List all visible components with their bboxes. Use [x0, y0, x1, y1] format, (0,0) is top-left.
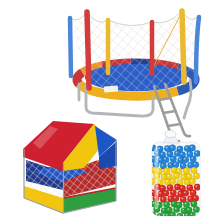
ball-highlight [188, 186, 190, 188]
ball-highlight [168, 186, 170, 188]
bag-tie [165, 130, 176, 138]
ball-highlight [187, 175, 189, 177]
ball-highlight [175, 174, 177, 176]
ball-highlight [158, 147, 160, 149]
ball-highlight [182, 209, 184, 211]
ball-highlight [161, 186, 163, 188]
ball-green [193, 206, 200, 213]
ball-highlight [191, 146, 193, 148]
ball-green [189, 212, 196, 219]
ball-highlight [158, 214, 160, 216]
ball-highlight [194, 163, 196, 165]
ball-highlight [191, 191, 193, 193]
ball-highlight [181, 164, 183, 166]
ball-highlight [184, 191, 186, 193]
ball-highlight [181, 186, 183, 188]
ball-yellow [189, 178, 196, 185]
ball-highlight [175, 208, 177, 210]
ball-highlight [164, 191, 166, 193]
ladder-rung-3 [168, 124, 181, 126]
ball-yellow [193, 173, 200, 180]
ball-highlight [171, 180, 173, 182]
product-photo-canvas [0, 0, 224, 224]
ball-red [182, 190, 189, 197]
ball-highlight [185, 203, 187, 205]
ball-highlight [191, 213, 193, 215]
ball-highlight [178, 181, 180, 183]
ball-highlight [195, 174, 197, 176]
ball-highlight [185, 169, 187, 171]
ball-highlight [178, 214, 180, 216]
trampoline [70, 11, 199, 141]
ball-highlight [162, 198, 164, 200]
ladder-rung-2 [163, 111, 175, 113]
ball-highlight [172, 168, 174, 170]
ball-highlight [179, 158, 181, 160]
ball-highlight [195, 208, 197, 210]
ball-highlight [179, 192, 181, 194]
ball-highlight [159, 192, 161, 194]
ball-highlight [151, 213, 153, 215]
ball-highlight [158, 181, 160, 183]
ball-highlight [166, 214, 168, 216]
ball-highlight [191, 157, 193, 159]
ball-highlight [181, 198, 183, 200]
ball-highlight [195, 185, 197, 187]
ball-highlight [195, 152, 197, 154]
pole-left-red [87, 12, 89, 88]
ball-blue [189, 145, 196, 152]
pole-right-yellow [182, 11, 184, 82]
ball-red [194, 184, 201, 191]
ball-highlight [177, 170, 179, 172]
ball-highlight [161, 153, 163, 155]
ball-highlight [165, 203, 167, 205]
ball-highlight [172, 157, 174, 159]
ball-highlight [171, 146, 173, 148]
ball-highlight [169, 197, 171, 199]
ball-highlight [172, 202, 174, 204]
ball-highlight [186, 147, 188, 149]
ball-highlight [187, 208, 189, 210]
ball-highlight [184, 158, 186, 160]
ball-highlight [186, 180, 188, 182]
ball-highlight [153, 168, 155, 170]
ball-yellow [169, 178, 176, 185]
ball-highlight [153, 202, 155, 204]
ball-highlight [176, 152, 178, 154]
ball-highlight [164, 158, 166, 160]
ball-highlight [192, 168, 194, 170]
ball-highlight [162, 175, 164, 177]
ball-highlight [192, 202, 194, 204]
ball-highlight [194, 196, 196, 198]
ball-highlight [186, 214, 188, 216]
ball-blue [182, 156, 189, 163]
ball-highlight [176, 185, 178, 187]
ball-blue [163, 156, 170, 163]
ball-highlight [182, 175, 184, 177]
ball-highlight [167, 175, 169, 177]
ball-bag [149, 130, 200, 219]
pole-right-blue [196, 17, 199, 82]
ball-highlight [189, 197, 191, 199]
ball-pit-house [23, 121, 117, 213]
ball-highlight [189, 163, 191, 165]
ball-highlight [174, 196, 176, 198]
pole-left-blue [70, 18, 71, 76]
ball-highlight [172, 191, 174, 193]
ball-highlight [159, 158, 161, 160]
ball-highlight [166, 180, 168, 182]
ball-yellow [173, 173, 180, 180]
ball-highlight [171, 213, 173, 215]
ball-highlight [167, 208, 169, 210]
ball-green [173, 206, 180, 213]
ball-highlight [177, 203, 179, 205]
ball-highlight [188, 152, 190, 154]
ball-highlight [191, 180, 193, 182]
bag-shine [155, 147, 159, 209]
ball-highlight [169, 163, 171, 165]
ball-highlight [165, 169, 167, 171]
ball-green [169, 212, 176, 219]
product-photo[interactable] [0, 0, 224, 224]
ball-highlight [174, 163, 176, 165]
ball-blue [194, 150, 201, 157]
ball-highlight [166, 147, 168, 149]
ball-highlight [162, 164, 164, 166]
ball-highlight [162, 209, 164, 211]
ball-highlight [181, 153, 183, 155]
ball-red [163, 190, 170, 197]
ball-highlight [168, 152, 170, 154]
ball-highlight [178, 147, 180, 149]
ball-blue [169, 145, 176, 152]
